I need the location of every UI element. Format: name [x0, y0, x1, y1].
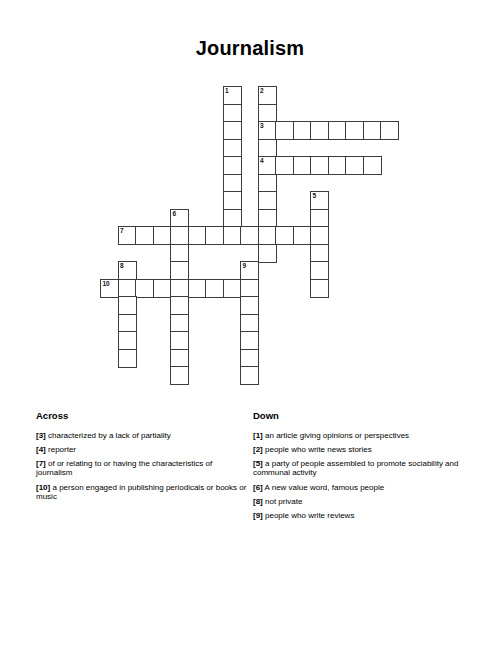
grid-cell-r8c2[interactable] — [135, 226, 154, 245]
clue-number-4: 4 — [260, 157, 264, 164]
grid-cell-r4c7[interactable] — [223, 156, 242, 175]
grid-cell-r13c8[interactable] — [240, 314, 259, 333]
grid-cell-r4c13[interactable] — [328, 156, 347, 175]
grid-cell-r1c9[interactable] — [258, 104, 277, 123]
grid-cell-r15c8[interactable] — [240, 349, 259, 368]
crossword-grid: 12345678910 — [101, 87, 399, 385]
clue-number-7: 7 — [120, 227, 124, 234]
crossword-page: Journalism 12345678910 Across [3] charac… — [0, 0, 500, 647]
grid-cell-r16c8[interactable] — [240, 366, 259, 385]
clue-label: [3] — [36, 431, 46, 440]
grid-cell-r10c4[interactable] — [170, 261, 189, 280]
grid-cell-r4c12[interactable] — [310, 156, 329, 175]
grid-cell-r4c14[interactable] — [345, 156, 364, 175]
clue-number-6: 6 — [172, 210, 176, 217]
across-clues-section: Across [3] characterized by a lack of pa… — [36, 410, 250, 506]
grid-cell-r12c1[interactable] — [118, 296, 137, 315]
grid-cell-r15c1[interactable] — [118, 349, 137, 368]
grid-cell-r7c4[interactable]: 6 — [170, 209, 189, 228]
grid-cell-r16c4[interactable] — [170, 366, 189, 385]
puzzle-title: Journalism — [0, 37, 500, 60]
grid-cell-r2c9[interactable]: 3 — [258, 121, 277, 140]
grid-cell-r8c11[interactable] — [293, 226, 312, 245]
clue-text: a party of people assembled to promote s… — [253, 459, 458, 477]
across-clue-7: [7] of or relating to or having the char… — [36, 459, 250, 478]
grid-cell-r6c7[interactable] — [223, 191, 242, 210]
grid-cell-r12c8[interactable] — [240, 296, 259, 315]
clue-text: reporter — [48, 445, 76, 454]
clue-text: A new value word, famous people — [265, 483, 385, 492]
grid-cell-r11c0[interactable]: 10 — [100, 279, 119, 298]
grid-cell-r8c7[interactable] — [223, 226, 242, 245]
across-header: Across — [36, 410, 250, 421]
grid-cell-r4c15[interactable] — [363, 156, 382, 175]
grid-cell-r10c12[interactable] — [310, 261, 329, 280]
grid-cell-r8c1[interactable]: 7 — [118, 226, 137, 245]
grid-cell-r11c8[interactable] — [240, 279, 259, 298]
grid-cell-r11c7[interactable] — [223, 279, 242, 298]
grid-cell-r14c4[interactable] — [170, 331, 189, 350]
grid-cell-r8c6[interactable] — [205, 226, 224, 245]
grid-cell-r8c12[interactable] — [310, 226, 329, 245]
down-clue-1: [1] an article giving opinions or perspe… — [253, 431, 467, 440]
grid-cell-r10c8[interactable]: 9 — [240, 261, 259, 280]
clue-label: [8] — [253, 497, 263, 506]
grid-cell-r7c12[interactable] — [310, 209, 329, 228]
clue-number-9: 9 — [242, 262, 246, 269]
across-clue-3: [3] characterized by a lack of partialit… — [36, 431, 250, 440]
clue-number-10: 10 — [102, 280, 109, 287]
grid-cell-r2c10[interactable] — [275, 121, 294, 140]
grid-cell-r0c7[interactable]: 1 — [223, 86, 242, 105]
grid-cell-r9c12[interactable] — [310, 244, 329, 263]
grid-cell-r2c13[interactable] — [328, 121, 347, 140]
clue-text: of or relating to or having the characte… — [36, 459, 212, 477]
clue-label: [5] — [253, 459, 263, 468]
grid-cell-r13c1[interactable] — [118, 314, 137, 333]
grid-cell-r9c4[interactable] — [170, 244, 189, 263]
grid-cell-r9c9[interactable] — [258, 244, 277, 263]
grid-cell-r8c9[interactable] — [258, 226, 277, 245]
grid-cell-r2c11[interactable] — [293, 121, 312, 140]
down-clue-list: [1] an article giving opinions or perspe… — [253, 431, 467, 520]
grid-cell-r11c5[interactable] — [188, 279, 207, 298]
clue-number-2: 2 — [260, 87, 264, 94]
grid-cell-r5c7[interactable] — [223, 174, 242, 193]
clue-number-1: 1 — [225, 87, 229, 94]
down-clue-6: [6] A new value word, famous people — [253, 483, 467, 492]
across-clue-list: [3] characterized by a lack of partialit… — [36, 431, 250, 501]
grid-cell-r7c9[interactable] — [258, 209, 277, 228]
grid-cell-r14c1[interactable] — [118, 331, 137, 350]
grid-cell-r11c1[interactable] — [118, 279, 137, 298]
grid-cell-r11c12[interactable] — [310, 279, 329, 298]
down-header: Down — [253, 410, 467, 421]
grid-cell-r0c9[interactable]: 2 — [258, 86, 277, 105]
grid-cell-r8c4[interactable] — [170, 226, 189, 245]
grid-cell-r6c12[interactable]: 5 — [310, 191, 329, 210]
clue-number-8: 8 — [120, 262, 124, 269]
grid-cell-r2c16[interactable] — [380, 121, 399, 140]
grid-cell-r2c7[interactable] — [223, 121, 242, 140]
clue-text: people who write news stories — [265, 445, 372, 454]
grid-cell-r2c15[interactable] — [363, 121, 382, 140]
down-clues-section: Down [1] an article giving opinions or p… — [253, 410, 467, 525]
grid-cell-r11c4[interactable] — [170, 279, 189, 298]
grid-cell-r8c5[interactable] — [188, 226, 207, 245]
clue-number-3: 3 — [260, 122, 264, 129]
grid-cell-r11c2[interactable] — [135, 279, 154, 298]
grid-cell-r6c9[interactable] — [258, 191, 277, 210]
grid-cell-r4c10[interactable] — [275, 156, 294, 175]
grid-cell-r11c3[interactable] — [153, 279, 172, 298]
clue-label: [7] — [36, 459, 46, 468]
clue-text: characterized by a lack of partiality — [48, 431, 171, 440]
grid-cell-r3c9[interactable] — [258, 139, 277, 158]
clue-text: people who write reviews — [265, 511, 354, 520]
grid-cell-r4c11[interactable] — [293, 156, 312, 175]
grid-cell-r14c8[interactable] — [240, 331, 259, 350]
grid-cell-r5c9[interactable] — [258, 174, 277, 193]
grid-cell-r8c8[interactable] — [240, 226, 259, 245]
down-clue-9: [9] people who write reviews — [253, 511, 467, 520]
grid-cell-r2c14[interactable] — [345, 121, 364, 140]
clue-label: [9] — [253, 511, 263, 520]
clue-text: an article giving opinions or perspectiv… — [265, 431, 409, 440]
across-clue-10: [10] a person engaged in publishing peri… — [36, 483, 250, 502]
down-clue-8: [8] not private — [253, 497, 467, 506]
grid-cell-r15c4[interactable] — [170, 349, 189, 368]
down-clue-5: [5] a party of people assembled to promo… — [253, 459, 467, 478]
down-clue-2: [2] people who write news stories — [253, 445, 467, 454]
clue-label: [2] — [253, 445, 263, 454]
clue-label: [6] — [253, 483, 263, 492]
grid-cell-r12c4[interactable] — [170, 296, 189, 315]
grid-cell-r3c7[interactable] — [223, 139, 242, 158]
clue-label: [10] — [36, 483, 50, 492]
grid-cell-r8c3[interactable] — [153, 226, 172, 245]
clue-label: [1] — [253, 431, 263, 440]
grid-cell-r13c4[interactable] — [170, 314, 189, 333]
clue-number-5: 5 — [312, 192, 316, 199]
grid-cell-r10c1[interactable]: 8 — [118, 261, 137, 280]
clue-text: not private — [265, 497, 302, 506]
grid-cell-r1c7[interactable] — [223, 104, 242, 123]
clue-label: [4] — [36, 445, 46, 454]
grid-cell-r4c9[interactable]: 4 — [258, 156, 277, 175]
grid-cell-r2c12[interactable] — [310, 121, 329, 140]
grid-cell-r11c6[interactable] — [205, 279, 224, 298]
clue-text: a person engaged in publishing periodica… — [36, 483, 246, 501]
grid-cell-r7c7[interactable] — [223, 209, 242, 228]
across-clue-4: [4] reporter — [36, 445, 250, 454]
grid-cell-r8c10[interactable] — [275, 226, 294, 245]
